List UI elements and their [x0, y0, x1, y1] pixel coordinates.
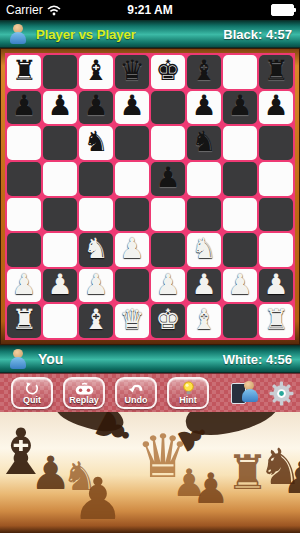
black-pawn: ♟: [119, 92, 144, 120]
black-king: ♚: [155, 57, 180, 85]
square-c5[interactable]: [79, 162, 113, 196]
square-d4[interactable]: [115, 198, 149, 232]
footer-photo: ♟ ♟ ♝ ♟ ♞ ♟ ♛ ♟ ♟ ♜ ♞ ♟: [0, 412, 300, 533]
black-pawn: ♟: [191, 92, 216, 120]
square-h3[interactable]: [259, 233, 293, 267]
player-device-icon[interactable]: [231, 380, 259, 406]
undo-label: Undo: [125, 396, 148, 405]
square-a7[interactable]: ♟: [7, 91, 41, 125]
square-c1[interactable]: ♝: [79, 304, 113, 338]
square-d6[interactable]: [115, 126, 149, 160]
square-f6[interactable]: ♞: [187, 126, 221, 160]
square-f3[interactable]: ♞: [187, 233, 221, 267]
status-bar: 9:21 AM Carrier: [0, 0, 300, 20]
square-f8[interactable]: ♝: [187, 55, 221, 89]
square-e4[interactable]: [151, 198, 185, 232]
square-e1[interactable]: ♚: [151, 304, 185, 338]
square-g7[interactable]: ♟: [223, 91, 257, 125]
chess-board[interactable]: ♜♝♛♚♝♜♟♟♟♟♟♟♟♞♞♟♞♟♞♟♟♟♟♟♟♟♜♝♛♚♝♜: [5, 53, 295, 340]
toolbar: Quit Replay Undo Hint: [0, 373, 300, 412]
square-e5[interactable]: ♟: [151, 162, 185, 196]
black-pawn: ♟: [263, 92, 288, 120]
square-a5[interactable]: [7, 162, 41, 196]
white-rook: ♜: [263, 306, 288, 334]
square-b3[interactable]: [43, 233, 77, 267]
black-pawn: ♟: [83, 92, 108, 120]
square-h5[interactable]: [259, 162, 293, 196]
square-h6[interactable]: [259, 126, 293, 160]
square-b8[interactable]: [43, 55, 77, 89]
square-f4[interactable]: [187, 198, 221, 232]
square-a4[interactable]: [7, 198, 41, 232]
square-h1[interactable]: ♜: [259, 304, 293, 338]
square-f1[interactable]: ♝: [187, 304, 221, 338]
square-a2[interactable]: ♟: [7, 269, 41, 303]
white-player-avatar-icon: [8, 349, 28, 369]
black-pawn: ♟: [155, 164, 180, 192]
battery-icon: [271, 4, 294, 16]
white-bishop: ♝: [191, 306, 216, 334]
black-bishop: ♝: [83, 57, 108, 85]
black-player-avatar-icon: [8, 24, 28, 44]
white-clock: White: 4:56: [223, 352, 292, 367]
bottom-player-bar: You White: 4:56: [0, 345, 300, 373]
square-b2[interactable]: ♟: [43, 269, 77, 303]
board-frame: ♜♝♛♚♝♜♟♟♟♟♟♟♟♞♞♟♞♟♞♟♟♟♟♟♟♟♜♝♛♚♝♜: [0, 48, 300, 345]
square-c6[interactable]: ♞: [79, 126, 113, 160]
square-f5[interactable]: [187, 162, 221, 196]
square-d3[interactable]: ♟: [115, 233, 149, 267]
square-h2[interactable]: ♟: [259, 269, 293, 303]
square-g6[interactable]: [223, 126, 257, 160]
undo-arrow-icon: [128, 382, 145, 396]
square-g8[interactable]: [223, 55, 257, 89]
square-e2[interactable]: ♟: [151, 269, 185, 303]
white-pawn: ♟: [191, 271, 216, 299]
photo-chess-piece: ♟: [282, 456, 300, 500]
square-e8[interactable]: ♚: [151, 55, 185, 89]
black-clock: Black: 4:57: [223, 27, 292, 42]
square-c7[interactable]: ♟: [79, 91, 113, 125]
chess-app: 9:21 AM Carrier Player vs Player Black: …: [0, 0, 300, 533]
square-g2[interactable]: ♟: [223, 269, 257, 303]
square-a1[interactable]: ♜: [7, 304, 41, 338]
photo-chess-piece: ♟: [72, 470, 124, 528]
top-player-bar: Player vs Player Black: 4:57: [0, 20, 300, 48]
black-queen: ♛: [119, 57, 144, 85]
settings-gear-icon[interactable]: [269, 381, 294, 406]
square-e7[interactable]: [151, 91, 185, 125]
black-pawn: ♟: [47, 92, 72, 120]
black-rook: ♜: [11, 57, 36, 85]
white-pawn: ♟: [263, 271, 288, 299]
photo-falling-piece: ♟: [86, 412, 141, 455]
square-h8[interactable]: ♜: [259, 55, 293, 89]
square-d2[interactable]: [115, 269, 149, 303]
hint-button[interactable]: Hint: [167, 377, 209, 409]
power-icon: [24, 381, 40, 396]
white-pawn: ♟: [47, 271, 72, 299]
black-pawn: ♟: [11, 92, 36, 120]
square-b1[interactable]: [43, 304, 77, 338]
wifi-icon: [47, 5, 61, 16]
white-knight: ♞: [83, 235, 108, 263]
black-pawn: ♟: [227, 92, 252, 120]
square-f2[interactable]: ♟: [187, 269, 221, 303]
square-a3[interactable]: [7, 233, 41, 267]
white-king: ♚: [155, 306, 180, 334]
square-d8[interactable]: ♛: [115, 55, 149, 89]
quit-label: Quit: [23, 396, 41, 405]
white-queen: ♛: [119, 306, 144, 334]
square-h7[interactable]: ♟: [259, 91, 293, 125]
square-a6[interactable]: [7, 126, 41, 160]
white-pawn: ♟: [155, 271, 180, 299]
replay-label: Replay: [69, 396, 99, 405]
black-knight: ♞: [83, 128, 108, 156]
square-f7[interactable]: ♟: [187, 91, 221, 125]
white-pawn: ♟: [11, 271, 36, 299]
square-d7[interactable]: ♟: [115, 91, 149, 125]
photo-chess-piece: ♟: [192, 468, 230, 510]
square-g1[interactable]: [223, 304, 257, 338]
black-rook: ♜: [263, 57, 288, 85]
white-knight: ♞: [191, 235, 216, 263]
square-d1[interactable]: ♛: [115, 304, 149, 338]
square-g3[interactable]: [223, 233, 257, 267]
square-b6[interactable]: [43, 126, 77, 160]
square-d5[interactable]: [115, 162, 149, 196]
quit-button[interactable]: Quit: [11, 377, 53, 409]
square-g4[interactable]: [223, 198, 257, 232]
square-b7[interactable]: ♟: [43, 91, 77, 125]
square-e6[interactable]: [151, 126, 185, 160]
square-c8[interactable]: ♝: [79, 55, 113, 89]
square-c2[interactable]: ♟: [79, 269, 113, 303]
carrier-label: Carrier: [6, 3, 43, 17]
hint-label: Hint: [179, 396, 197, 405]
white-player-name: You: [38, 351, 63, 367]
square-h4[interactable]: [259, 198, 293, 232]
controller-icon: [75, 382, 94, 396]
white-bishop: ♝: [83, 306, 108, 334]
square-g5[interactable]: [223, 162, 257, 196]
square-a8[interactable]: ♜: [7, 55, 41, 89]
black-knight: ♞: [191, 128, 216, 156]
square-e3[interactable]: [151, 233, 185, 267]
square-c3[interactable]: ♞: [79, 233, 113, 267]
white-rook: ♜: [11, 306, 36, 334]
match-title: Player vs Player: [36, 27, 136, 42]
white-pawn: ♟: [227, 271, 252, 299]
black-bishop: ♝: [191, 57, 216, 85]
lightbulb-icon: [181, 381, 196, 396]
undo-button[interactable]: Undo: [115, 377, 157, 409]
white-pawn: ♟: [119, 235, 144, 263]
square-c4[interactable]: [79, 198, 113, 232]
replay-button[interactable]: Replay: [63, 377, 105, 409]
square-b4[interactable]: [43, 198, 77, 232]
white-pawn: ♟: [83, 271, 108, 299]
square-b5[interactable]: [43, 162, 77, 196]
